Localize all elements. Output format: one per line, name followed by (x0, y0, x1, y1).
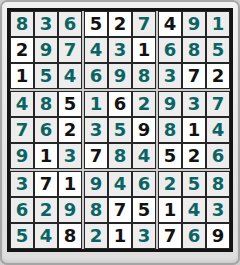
sudoku-cell[interactable]: 4 (108, 171, 132, 197)
sudoku-box: 491685372 (158, 11, 230, 89)
sudoku-cell[interactable]: 4 (158, 11, 182, 37)
sudoku-box: 527431698 (84, 11, 156, 89)
sudoku-cell[interactable]: 6 (206, 143, 230, 169)
sudoku-cell[interactable]: 2 (132, 91, 156, 117)
sudoku-cell[interactable]: 6 (158, 37, 182, 63)
sudoku-box: 258143769 (158, 171, 230, 249)
sudoku-cell[interactable]: 6 (10, 197, 34, 223)
sudoku-cell[interactable]: 7 (158, 223, 182, 249)
sudoku-cell[interactable]: 3 (10, 171, 34, 197)
sudoku-cell[interactable]: 9 (58, 197, 82, 223)
sudoku-cell[interactable]: 9 (108, 63, 132, 89)
sudoku-cell[interactable]: 5 (108, 117, 132, 143)
sudoku-cell[interactable]: 5 (34, 63, 58, 89)
sudoku-cell[interactable]: 6 (58, 11, 82, 37)
sudoku-cell[interactable]: 8 (58, 223, 82, 249)
sudoku-cell[interactable]: 3 (34, 11, 58, 37)
sudoku-cell[interactable]: 7 (34, 171, 58, 197)
sudoku-cell[interactable]: 2 (34, 197, 58, 223)
sudoku-cell[interactable]: 5 (84, 11, 108, 37)
sudoku-cell[interactable]: 1 (10, 63, 34, 89)
sudoku-cell[interactable]: 3 (158, 63, 182, 89)
sudoku-cell[interactable]: 5 (58, 91, 82, 117)
sudoku-cell[interactable]: 4 (10, 91, 34, 117)
sudoku-cell[interactable]: 1 (58, 171, 82, 197)
sudoku-cell[interactable]: 7 (108, 197, 132, 223)
sudoku-cell[interactable]: 2 (108, 11, 132, 37)
sudoku-cell[interactable]: 3 (132, 223, 156, 249)
sudoku-box: 162359784 (84, 91, 156, 169)
sudoku-cell[interactable]: 1 (182, 117, 206, 143)
window-frame: 8362971545274316984916853724857629131623… (0, 0, 240, 265)
sudoku-box: 836297154 (10, 11, 82, 89)
sudoku-cell[interactable]: 8 (182, 37, 206, 63)
sudoku-cell[interactable]: 6 (132, 171, 156, 197)
sudoku-cell[interactable]: 9 (132, 117, 156, 143)
sudoku-cell[interactable]: 3 (84, 117, 108, 143)
sudoku-cell[interactable]: 1 (132, 37, 156, 63)
sudoku-cell[interactable]: 8 (108, 143, 132, 169)
sudoku-cell[interactable]: 2 (158, 171, 182, 197)
sudoku-cell[interactable]: 8 (34, 91, 58, 117)
sudoku-cell[interactable]: 9 (206, 223, 230, 249)
sudoku-cell[interactable]: 9 (84, 171, 108, 197)
sudoku-box: 371629548 (10, 171, 82, 249)
sudoku-box: 946875213 (84, 171, 156, 249)
sudoku-cell[interactable]: 1 (206, 11, 230, 37)
sudoku-cell[interactable]: 2 (84, 223, 108, 249)
sudoku-cell[interactable]: 9 (182, 11, 206, 37)
sudoku-cell[interactable]: 3 (182, 91, 206, 117)
sudoku-cell[interactable]: 3 (58, 143, 82, 169)
sudoku-cell[interactable]: 8 (132, 63, 156, 89)
sudoku-cell[interactable]: 2 (206, 63, 230, 89)
sudoku-cell[interactable]: 1 (84, 91, 108, 117)
sudoku-cell[interactable]: 1 (34, 143, 58, 169)
sudoku-cell[interactable]: 4 (182, 197, 206, 223)
sudoku-cell[interactable]: 4 (34, 223, 58, 249)
sudoku-cell[interactable]: 5 (206, 37, 230, 63)
sudoku-cell[interactable]: 4 (58, 63, 82, 89)
sudoku-cell[interactable]: 6 (182, 223, 206, 249)
sudoku-box: 937814526 (158, 91, 230, 169)
sudoku-cell[interactable]: 6 (108, 91, 132, 117)
sudoku-cell[interactable]: 5 (182, 171, 206, 197)
sudoku-cell[interactable]: 6 (34, 117, 58, 143)
sudoku-cell[interactable]: 5 (158, 143, 182, 169)
sudoku-cell[interactable]: 4 (206, 117, 230, 143)
sudoku-cell[interactable]: 8 (10, 11, 34, 37)
sudoku-cell[interactable]: 7 (206, 91, 230, 117)
sudoku-cell[interactable]: 7 (58, 37, 82, 63)
sudoku-cell[interactable]: 8 (206, 171, 230, 197)
sudoku-cell[interactable]: 3 (108, 37, 132, 63)
sudoku-cell[interactable]: 8 (84, 197, 108, 223)
sudoku-cell[interactable]: 7 (84, 143, 108, 169)
sudoku-cell[interactable]: 9 (10, 143, 34, 169)
sudoku-board: 8362971545274316984916853724857629131623… (7, 8, 233, 252)
sudoku-cell[interactable]: 6 (84, 63, 108, 89)
sudoku-cell[interactable]: 9 (34, 37, 58, 63)
sudoku-cell[interactable]: 8 (158, 117, 182, 143)
sudoku-cell[interactable]: 5 (10, 223, 34, 249)
sudoku-cell[interactable]: 7 (10, 117, 34, 143)
sudoku-cell[interactable]: 7 (182, 63, 206, 89)
sudoku-cell[interactable]: 7 (132, 11, 156, 37)
sudoku-cell[interactable]: 1 (108, 223, 132, 249)
sudoku-cell[interactable]: 5 (132, 197, 156, 223)
sudoku-cell[interactable]: 3 (206, 197, 230, 223)
sudoku-box: 485762913 (10, 91, 82, 169)
sudoku-cell[interactable]: 9 (158, 91, 182, 117)
sudoku-cell[interactable]: 1 (158, 197, 182, 223)
sudoku-cell[interactable]: 4 (84, 37, 108, 63)
sudoku-cell[interactable]: 4 (132, 143, 156, 169)
sudoku-cell[interactable]: 2 (58, 117, 82, 143)
sudoku-cell[interactable]: 2 (10, 37, 34, 63)
sudoku-cell[interactable]: 2 (182, 143, 206, 169)
